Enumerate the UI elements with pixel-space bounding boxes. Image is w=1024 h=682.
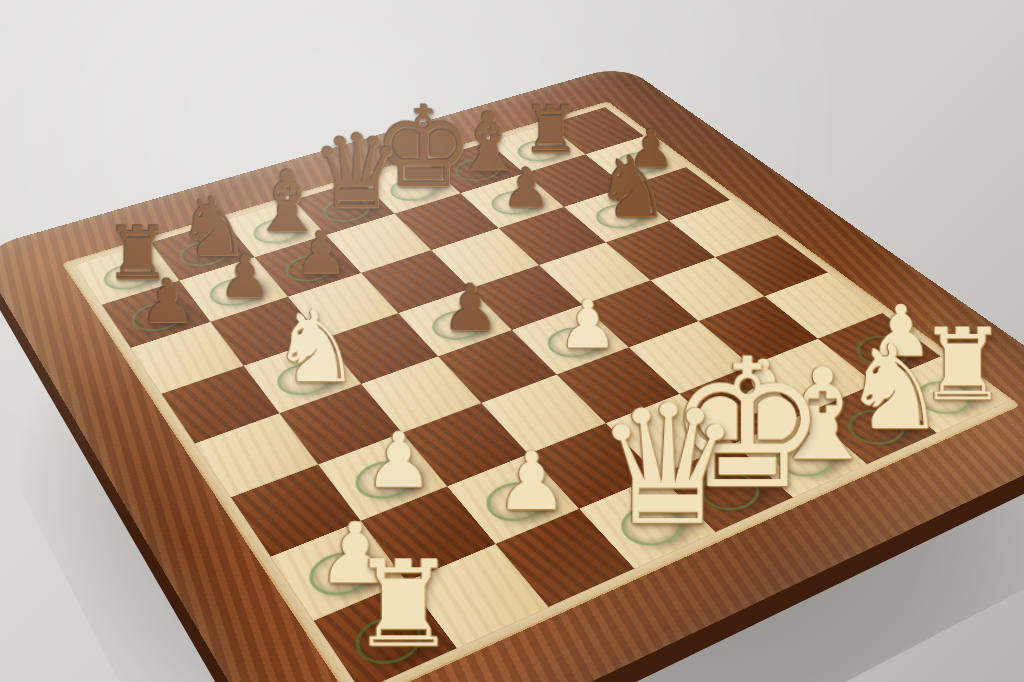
square-c8[interactable]: ♝ bbox=[224, 200, 326, 257]
felt-base-pad bbox=[447, 155, 507, 185]
square-d7[interactable] bbox=[326, 214, 431, 273]
square-g2[interactable] bbox=[750, 339, 875, 413]
felt-base-pad bbox=[608, 148, 669, 178]
square-e8[interactable]: ♚ bbox=[361, 161, 461, 214]
felt-base-pad bbox=[173, 235, 237, 271]
square-d8[interactable]: ♛ bbox=[294, 180, 395, 235]
felt-base-pad bbox=[300, 544, 384, 604]
square-d4[interactable] bbox=[438, 330, 557, 403]
square-b5[interactable]: ♞ bbox=[244, 339, 361, 413]
piece-white-bishop-f1[interactable]: ♝ bbox=[766, 357, 880, 474]
piece-white-rook-a1[interactable]: ♜ bbox=[350, 551, 457, 661]
felt-base-pad bbox=[765, 433, 845, 483]
square-f8[interactable]: ♝ bbox=[425, 142, 524, 193]
felt-base-pad bbox=[347, 454, 425, 506]
square-c2[interactable]: ♟ bbox=[447, 454, 579, 544]
square-b8[interactable]: ♞ bbox=[151, 221, 254, 281]
piece-white-pawn-b3[interactable]: ♟ bbox=[365, 426, 434, 496]
square-a4[interactable] bbox=[195, 413, 319, 497]
square-d1[interactable]: ♛ bbox=[579, 475, 716, 568]
square-g3[interactable] bbox=[698, 296, 817, 365]
piece-black-pawn-a7[interactable]: ♟ bbox=[141, 274, 195, 329]
table-shadow bbox=[0, 92, 1024, 682]
felt-base-pad bbox=[836, 403, 915, 451]
square-a7[interactable]: ♟ bbox=[102, 281, 211, 348]
square-d5[interactable]: ♟ bbox=[398, 289, 512, 357]
square-g6[interactable]: ♞ bbox=[564, 187, 669, 243]
square-h1[interactable]: ♜ bbox=[875, 356, 1004, 433]
square-h3[interactable] bbox=[765, 273, 883, 339]
square-c6[interactable] bbox=[287, 273, 398, 339]
felt-base-pad bbox=[277, 250, 342, 287]
square-g1[interactable]: ♞ bbox=[806, 384, 937, 464]
felt-base-pad bbox=[538, 322, 610, 364]
photo-stage: ♜♞♝♛♚♝♜♟♟♟♟♟♞♞♟♟♟♟♟♟♟♜♛♚♝♞♜ bbox=[0, 0, 1024, 682]
piece-white-pawn-h2[interactable]: ♟ bbox=[869, 299, 933, 364]
felt-base-pad bbox=[125, 297, 192, 337]
piece-black-pawn-b7[interactable]: ♟ bbox=[219, 250, 272, 304]
square-f7[interactable]: ♟ bbox=[461, 174, 564, 228]
square-b2[interactable] bbox=[361, 486, 495, 581]
square-b1[interactable] bbox=[407, 544, 548, 648]
square-e3[interactable] bbox=[557, 347, 680, 423]
square-d2[interactable] bbox=[528, 423, 658, 509]
felt-base-pad bbox=[97, 258, 162, 295]
square-a1[interactable]: ♜ bbox=[314, 581, 457, 682]
square-c5[interactable] bbox=[323, 313, 438, 384]
piece-white-knight-b5[interactable]: ♞ bbox=[271, 301, 361, 393]
square-e2[interactable] bbox=[606, 393, 734, 475]
square-d6[interactable] bbox=[361, 250, 470, 313]
square-a3[interactable] bbox=[231, 465, 361, 557]
piece-white-knight-g1[interactable]: ♞ bbox=[842, 334, 947, 442]
piece-black-pawn-d5[interactable]: ♟ bbox=[442, 279, 499, 337]
felt-base-pad bbox=[689, 465, 771, 518]
square-a2[interactable]: ♟ bbox=[271, 520, 407, 620]
square-b7[interactable]: ♟ bbox=[180, 257, 288, 321]
square-b4[interactable] bbox=[280, 384, 402, 464]
square-g5[interactable] bbox=[605, 221, 715, 281]
square-f3[interactable] bbox=[629, 321, 750, 393]
square-f6[interactable] bbox=[499, 207, 606, 265]
square-f1[interactable]: ♝ bbox=[734, 413, 867, 497]
piece-white-pawn-f2[interactable]: ♟ bbox=[730, 353, 797, 421]
piece-black-pawn-f7[interactable]: ♟ bbox=[502, 163, 550, 213]
square-e1[interactable]: ♚ bbox=[658, 443, 793, 532]
maple-border-inlay: ♜♞♝♛♚♝♜♟♟♟♟♟♞♞♟♟♟♟♟♟♟♜♛♚♝♞♜ bbox=[64, 102, 1017, 682]
square-h6[interactable] bbox=[626, 167, 730, 221]
felt-base-pad bbox=[709, 384, 786, 431]
felt-base-pad bbox=[203, 273, 269, 311]
felt-base-pad bbox=[476, 476, 557, 530]
piece-white-rook-h1[interactable]: ♜ bbox=[918, 320, 1007, 412]
felt-base-pad bbox=[383, 174, 444, 206]
scene: ♜♞♝♛♚♝♜♟♟♟♟♟♞♞♟♟♟♟♟♟♟♜♛♚♝♞♜ bbox=[0, 0, 1024, 682]
felt-base-pad bbox=[269, 357, 341, 401]
square-h7[interactable]: ♟ bbox=[585, 136, 685, 186]
square-c7[interactable]: ♟ bbox=[255, 235, 361, 296]
piece-white-pawn-c2[interactable]: ♟ bbox=[495, 445, 567, 519]
piece-white-pawn-e4[interactable]: ♟ bbox=[558, 294, 618, 355]
square-f4[interactable] bbox=[583, 280, 699, 347]
piece-white-queen-d1[interactable]: ♛ bbox=[594, 390, 742, 542]
piece-black-bishop-c8[interactable]: ♝ bbox=[249, 164, 325, 242]
board-edge-thickness bbox=[0, 77, 1024, 682]
piece-white-king-e1[interactable]: ♚ bbox=[668, 343, 828, 507]
square-g7[interactable] bbox=[524, 154, 626, 206]
board-frame: ♜♞♝♛♚♝♜♟♟♟♟♟♞♞♟♟♟♟♟♟♟♜♛♚♝♞♜ bbox=[0, 65, 1024, 682]
square-c1[interactable] bbox=[495, 509, 634, 607]
chess-board: ♜♞♝♛♚♝♜♟♟♟♟♟♞♞♟♟♟♟♟♟♟♜♛♚♝♞♜ bbox=[75, 107, 1003, 682]
felt-base-pad bbox=[484, 187, 547, 219]
square-e4[interactable]: ♟ bbox=[512, 305, 629, 375]
piece-black-king-e8[interactable]: ♚ bbox=[374, 96, 474, 199]
square-h2[interactable]: ♟ bbox=[818, 313, 941, 384]
felt-base-pad bbox=[345, 608, 433, 674]
square-h4[interactable] bbox=[715, 235, 828, 296]
felt-base-pad bbox=[316, 193, 378, 226]
square-h5[interactable] bbox=[669, 200, 777, 257]
square-a5[interactable] bbox=[162, 366, 280, 444]
piece-black-knight-b8[interactable]: ♞ bbox=[178, 190, 251, 265]
square-b6[interactable] bbox=[211, 297, 323, 366]
piece-black-queen-d8[interactable]: ♛ bbox=[311, 126, 403, 220]
felt-base-pad bbox=[587, 200, 651, 233]
square-e6[interactable] bbox=[431, 228, 539, 289]
felt-base-pad bbox=[610, 498, 693, 554]
square-h8[interactable] bbox=[547, 107, 644, 154]
piece-white-pawn-a2[interactable]: ♟ bbox=[317, 515, 393, 593]
frame-glare bbox=[0, 65, 1024, 682]
piece-black-rook-a8[interactable]: ♜ bbox=[105, 220, 171, 287]
piece-black-pawn-h7[interactable]: ♟ bbox=[628, 125, 675, 173]
piece-black-pawn-c7[interactable]: ♟ bbox=[295, 227, 346, 280]
felt-base-pad bbox=[509, 136, 569, 165]
square-c4[interactable] bbox=[361, 356, 482, 433]
square-c3[interactable] bbox=[402, 403, 528, 486]
felt-base-pad bbox=[846, 330, 920, 372]
square-e5[interactable] bbox=[470, 265, 582, 330]
piece-black-knight-g6[interactable]: ♞ bbox=[595, 150, 670, 227]
square-d3[interactable] bbox=[481, 375, 605, 454]
felt-base-pad bbox=[246, 214, 309, 248]
piece-black-bishop-f8[interactable]: ♝ bbox=[453, 106, 525, 180]
square-g8[interactable]: ♜ bbox=[488, 124, 586, 173]
square-g4[interactable] bbox=[650, 257, 764, 321]
piece-black-rook-g8[interactable]: ♜ bbox=[521, 100, 579, 160]
square-f2[interactable]: ♟ bbox=[680, 365, 806, 443]
felt-base-pad bbox=[905, 375, 983, 421]
square-b3[interactable]: ♟ bbox=[319, 433, 447, 520]
square-e7[interactable] bbox=[395, 193, 499, 250]
square-a6[interactable] bbox=[131, 322, 244, 394]
felt-base-pad bbox=[423, 305, 493, 346]
square-a8[interactable]: ♜ bbox=[75, 243, 180, 305]
square-f5[interactable] bbox=[539, 242, 650, 304]
